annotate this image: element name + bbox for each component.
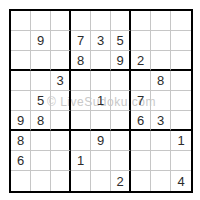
- sudoku-cell-given[interactable]: 7: [71, 31, 91, 51]
- sudoku-cell-empty[interactable]: [11, 31, 31, 51]
- sudoku-cell-empty[interactable]: [171, 91, 191, 111]
- sudoku-cell-empty[interactable]: [131, 131, 151, 151]
- sudoku-cell-empty[interactable]: [131, 171, 151, 191]
- sudoku-cell-empty[interactable]: [31, 131, 51, 151]
- sudoku-cell-empty[interactable]: [31, 151, 51, 171]
- sudoku-cell-empty[interactable]: [71, 111, 91, 131]
- sudoku-cell-given[interactable]: 9: [11, 111, 31, 131]
- sudoku-cell-given[interactable]: 1: [171, 131, 191, 151]
- sudoku-cell-empty[interactable]: [51, 171, 71, 191]
- sudoku-cell-empty[interactable]: [51, 91, 71, 111]
- sudoku-cell-given[interactable]: 1: [91, 91, 111, 111]
- sudoku-cell-given[interactable]: 9: [91, 131, 111, 151]
- sudoku-cell-given[interactable]: 6: [131, 111, 151, 131]
- sudoku-cell-empty[interactable]: [11, 71, 31, 91]
- sudoku-cell-empty[interactable]: [51, 51, 71, 71]
- sudoku-cell-empty[interactable]: [91, 71, 111, 91]
- sudoku-cell-given[interactable]: 4: [171, 171, 191, 191]
- sudoku-cell-empty[interactable]: [51, 151, 71, 171]
- sudoku-cell-empty[interactable]: [91, 111, 111, 131]
- sudoku-cell-given[interactable]: 3: [91, 31, 111, 51]
- sudoku-cell-empty[interactable]: [131, 31, 151, 51]
- sudoku-cell-empty[interactable]: [111, 91, 131, 111]
- sudoku-cell-empty[interactable]: [51, 131, 71, 151]
- sudoku-cell-empty[interactable]: [171, 71, 191, 91]
- sudoku-cell-empty[interactable]: [151, 91, 171, 111]
- sudoku-cell-empty[interactable]: [71, 131, 91, 151]
- sudoku-cell-given[interactable]: 8: [71, 51, 91, 71]
- sudoku-cell-empty[interactable]: [51, 11, 71, 31]
- sudoku-cell-empty[interactable]: [151, 151, 171, 171]
- sudoku-cell-empty[interactable]: [151, 131, 171, 151]
- sudoku-cell-empty[interactable]: [31, 171, 51, 191]
- sudoku-cell-given[interactable]: 5: [31, 91, 51, 111]
- sudoku-cell-empty[interactable]: [91, 171, 111, 191]
- sudoku-board: © LiveSudoku.com 97358923851798638916124: [9, 9, 193, 193]
- sudoku-cell-given[interactable]: 6: [11, 151, 31, 171]
- sudoku-cell-given[interactable]: 5: [111, 31, 131, 51]
- sudoku-cell-empty[interactable]: [131, 71, 151, 91]
- sudoku-cell-empty[interactable]: [151, 11, 171, 31]
- sudoku-cell-empty[interactable]: [91, 151, 111, 171]
- sudoku-cell-empty[interactable]: [11, 91, 31, 111]
- sudoku-cell-given[interactable]: 3: [151, 111, 171, 131]
- sudoku-cell-empty[interactable]: [111, 111, 131, 131]
- sudoku-cell-empty[interactable]: [151, 31, 171, 51]
- sudoku-cell-empty[interactable]: [51, 31, 71, 51]
- sudoku-cell-empty[interactable]: [71, 171, 91, 191]
- sudoku-cell-given[interactable]: 1: [71, 151, 91, 171]
- sudoku-cell-empty[interactable]: [71, 71, 91, 91]
- sudoku-cell-given[interactable]: 9: [111, 51, 131, 71]
- sudoku-cell-empty[interactable]: [51, 111, 71, 131]
- sudoku-cell-given[interactable]: 8: [11, 131, 31, 151]
- sudoku-cell-given[interactable]: 7: [131, 91, 151, 111]
- sudoku-grid: 97358923851798638916124: [11, 11, 191, 191]
- sudoku-cell-given[interactable]: 2: [111, 171, 131, 191]
- sudoku-cell-empty[interactable]: [91, 11, 111, 31]
- sudoku-cell-empty[interactable]: [31, 11, 51, 31]
- sudoku-cell-given[interactable]: 8: [31, 111, 51, 131]
- sudoku-cell-empty[interactable]: [31, 51, 51, 71]
- sudoku-cell-empty[interactable]: [111, 131, 131, 151]
- sudoku-cell-empty[interactable]: [171, 31, 191, 51]
- sudoku-cell-empty[interactable]: [71, 91, 91, 111]
- sudoku-cell-empty[interactable]: [11, 171, 31, 191]
- sudoku-cell-given[interactable]: 2: [131, 51, 151, 71]
- sudoku-cell-empty[interactable]: [171, 111, 191, 131]
- sudoku-cell-empty[interactable]: [91, 51, 111, 71]
- sudoku-cell-empty[interactable]: [171, 51, 191, 71]
- sudoku-cell-empty[interactable]: [151, 51, 171, 71]
- sudoku-page: © LiveSudoku.com 97358923851798638916124: [0, 0, 200, 200]
- sudoku-cell-empty[interactable]: [71, 11, 91, 31]
- sudoku-cell-empty[interactable]: [111, 11, 131, 31]
- sudoku-cell-given[interactable]: 9: [31, 31, 51, 51]
- sudoku-cell-empty[interactable]: [31, 71, 51, 91]
- sudoku-cell-empty[interactable]: [131, 11, 151, 31]
- sudoku-cell-empty[interactable]: [151, 171, 171, 191]
- sudoku-cell-empty[interactable]: [111, 71, 131, 91]
- sudoku-cell-empty[interactable]: [171, 151, 191, 171]
- sudoku-cell-empty[interactable]: [111, 151, 131, 171]
- sudoku-cell-empty[interactable]: [11, 11, 31, 31]
- sudoku-cell-empty[interactable]: [171, 11, 191, 31]
- sudoku-cell-empty[interactable]: [11, 51, 31, 71]
- sudoku-cell-empty[interactable]: [131, 151, 151, 171]
- sudoku-cell-given[interactable]: 3: [51, 71, 71, 91]
- sudoku-cell-given[interactable]: 8: [151, 71, 171, 91]
